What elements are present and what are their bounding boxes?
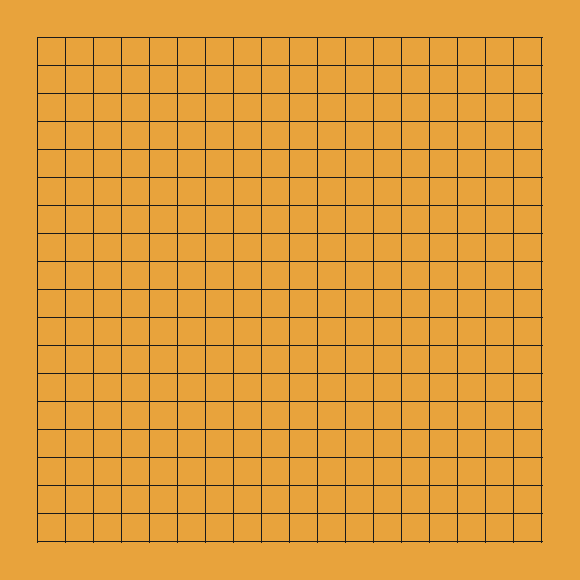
grid-lines [37, 37, 543, 543]
board-grid[interactable] [24, 24, 556, 556]
go-kifu-diagram [0, 0, 580, 580]
column-labels-top [24, 2, 556, 26]
